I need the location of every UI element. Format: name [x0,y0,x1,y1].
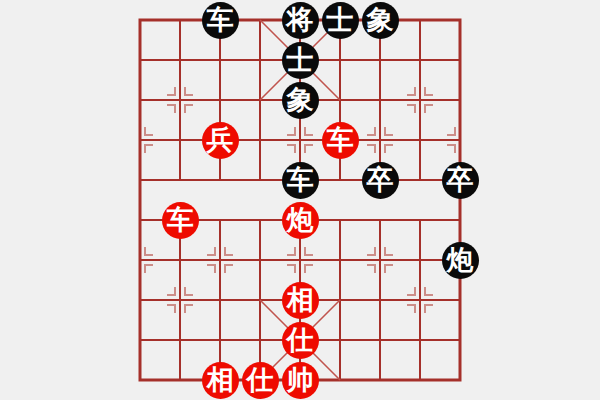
piece-black-soldier-1[interactable]: 卒 [362,162,399,199]
piece-red-chariot-2[interactable]: 车 [162,202,199,239]
piece-black-advisor-1[interactable]: 士 [322,2,359,39]
piece-red-cannon-1[interactable]: 炮 [282,202,319,239]
piece-black-soldier-2[interactable]: 卒 [442,162,479,199]
piece-black-advisor-2[interactable]: 士 [282,42,319,79]
piece-black-elephant-2[interactable]: 象 [282,82,319,119]
piece-red-advisor-1[interactable]: 仕 [282,322,319,359]
piece-black-chariot-1[interactable]: 车 [202,2,239,39]
piece-black-elephant-1[interactable]: 象 [362,2,399,39]
piece-red-elephant-1[interactable]: 相 [282,282,319,319]
piece-red-general[interactable]: 帅 [282,362,319,399]
piece-black-general[interactable]: 将 [282,2,319,39]
piece-black-chariot-2[interactable]: 车 [282,162,319,199]
piece-red-soldier-1[interactable]: 兵 [202,122,239,159]
piece-red-chariot-1[interactable]: 车 [322,122,359,159]
piece-red-elephant-2[interactable]: 相 [202,362,239,399]
xiangqi-pieces-layer: 车将士象士象兵车车卒卒车炮炮相仕相仕帅 [120,0,480,400]
piece-red-advisor-2[interactable]: 仕 [242,362,279,399]
xiangqi-screen: 车将士象士象兵车车卒卒车炮炮相仕相仕帅 [0,0,600,400]
piece-black-cannon-1[interactable]: 炮 [442,242,479,279]
